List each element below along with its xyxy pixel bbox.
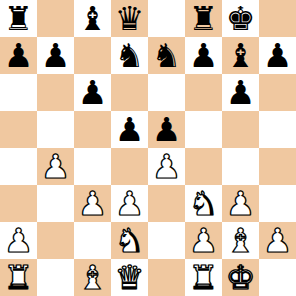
square-e2[interactable]	[148, 222, 185, 259]
square-c7[interactable]	[74, 37, 111, 74]
square-a6[interactable]	[0, 74, 37, 111]
square-b7[interactable]: ♟	[37, 37, 74, 74]
white-knight[interactable]: ♞	[115, 222, 145, 259]
black-pawn[interactable]: ♟	[115, 111, 145, 148]
square-a4[interactable]	[0, 148, 37, 185]
square-h5[interactable]	[259, 111, 296, 148]
square-f4[interactable]	[185, 148, 222, 185]
square-a2[interactable]: ♟	[0, 222, 37, 259]
square-g2[interactable]: ♝	[222, 222, 259, 259]
square-g8[interactable]: ♚	[222, 0, 259, 37]
black-king[interactable]: ♚	[226, 0, 256, 37]
square-c1[interactable]: ♝	[74, 259, 111, 296]
square-e1[interactable]	[148, 259, 185, 296]
square-f1[interactable]: ♜	[185, 259, 222, 296]
chess-board-container: ♜♝♛♜♚♟♟♞♞♟♝♟♟♟♟♟♟♟♟♟♞♟♟♞♟♝♟♜♝♛♜♚	[0, 0, 296, 296]
square-g3[interactable]: ♟	[222, 185, 259, 222]
white-pawn[interactable]: ♟	[226, 185, 256, 222]
square-b1[interactable]	[37, 259, 74, 296]
square-h7[interactable]: ♟	[259, 37, 296, 74]
white-rook[interactable]: ♜	[189, 259, 219, 296]
black-bishop[interactable]: ♝	[78, 0, 108, 37]
square-b5[interactable]	[37, 111, 74, 148]
square-d1[interactable]: ♛	[111, 259, 148, 296]
square-g7[interactable]: ♝	[222, 37, 259, 74]
square-b8[interactable]	[37, 0, 74, 37]
white-bishop[interactable]: ♝	[78, 259, 108, 296]
square-b4[interactable]: ♟	[37, 148, 74, 185]
square-d4[interactable]	[111, 148, 148, 185]
white-pawn[interactable]: ♟	[4, 222, 34, 259]
square-b3[interactable]	[37, 185, 74, 222]
black-knight[interactable]: ♞	[115, 37, 145, 74]
square-g5[interactable]	[222, 111, 259, 148]
black-rook[interactable]: ♜	[189, 0, 219, 37]
square-e3[interactable]	[148, 185, 185, 222]
square-d5[interactable]: ♟	[111, 111, 148, 148]
white-pawn[interactable]: ♟	[78, 185, 108, 222]
square-e5[interactable]: ♟	[148, 111, 185, 148]
black-pawn[interactable]: ♟	[263, 37, 293, 74]
square-a3[interactable]	[0, 185, 37, 222]
square-a1[interactable]: ♜	[0, 259, 37, 296]
square-h6[interactable]	[259, 74, 296, 111]
square-a5[interactable]	[0, 111, 37, 148]
black-pawn[interactable]: ♟	[152, 111, 182, 148]
square-d8[interactable]: ♛	[111, 0, 148, 37]
square-f8[interactable]: ♜	[185, 0, 222, 37]
chess-board: ♜♝♛♜♚♟♟♞♞♟♝♟♟♟♟♟♟♟♟♟♞♟♟♞♟♝♟♜♝♛♜♚	[0, 0, 296, 296]
square-f5[interactable]	[185, 111, 222, 148]
black-queen[interactable]: ♛	[115, 0, 145, 37]
square-f6[interactable]	[185, 74, 222, 111]
square-f7[interactable]: ♟	[185, 37, 222, 74]
square-e4[interactable]: ♟	[148, 148, 185, 185]
square-d2[interactable]: ♞	[111, 222, 148, 259]
square-h8[interactable]	[259, 0, 296, 37]
black-pawn[interactable]: ♟	[41, 37, 71, 74]
square-b2[interactable]	[37, 222, 74, 259]
square-g6[interactable]: ♟	[222, 74, 259, 111]
square-d6[interactable]	[111, 74, 148, 111]
square-h3[interactable]	[259, 185, 296, 222]
square-g1[interactable]: ♚	[222, 259, 259, 296]
white-pawn[interactable]: ♟	[115, 185, 145, 222]
white-king[interactable]: ♚	[226, 259, 256, 296]
square-a7[interactable]: ♟	[0, 37, 37, 74]
square-c5[interactable]	[74, 111, 111, 148]
white-queen[interactable]: ♛	[115, 259, 145, 296]
square-b6[interactable]	[37, 74, 74, 111]
square-e8[interactable]	[148, 0, 185, 37]
white-pawn[interactable]: ♟	[189, 222, 219, 259]
black-knight[interactable]: ♞	[152, 37, 182, 74]
square-d7[interactable]: ♞	[111, 37, 148, 74]
black-pawn[interactable]: ♟	[78, 74, 108, 111]
black-rook[interactable]: ♜	[4, 0, 34, 37]
square-a8[interactable]: ♜	[0, 0, 37, 37]
black-pawn[interactable]: ♟	[189, 37, 219, 74]
white-pawn[interactable]: ♟	[41, 148, 71, 185]
white-bishop[interactable]: ♝	[226, 222, 256, 259]
square-h4[interactable]	[259, 148, 296, 185]
square-c2[interactable]	[74, 222, 111, 259]
black-bishop[interactable]: ♝	[226, 37, 256, 74]
square-c8[interactable]: ♝	[74, 0, 111, 37]
square-h2[interactable]: ♟	[259, 222, 296, 259]
square-e6[interactable]	[148, 74, 185, 111]
white-pawn[interactable]: ♟	[263, 222, 293, 259]
square-h1[interactable]	[259, 259, 296, 296]
square-f2[interactable]: ♟	[185, 222, 222, 259]
white-rook[interactable]: ♜	[4, 259, 34, 296]
black-pawn[interactable]: ♟	[4, 37, 34, 74]
square-g4[interactable]	[222, 148, 259, 185]
square-e7[interactable]: ♞	[148, 37, 185, 74]
square-c6[interactable]: ♟	[74, 74, 111, 111]
square-f3[interactable]: ♞	[185, 185, 222, 222]
black-pawn[interactable]: ♟	[226, 74, 256, 111]
square-c4[interactable]	[74, 148, 111, 185]
white-pawn[interactable]: ♟	[152, 148, 182, 185]
square-d3[interactable]: ♟	[111, 185, 148, 222]
white-knight[interactable]: ♞	[189, 185, 219, 222]
square-c3[interactable]: ♟	[74, 185, 111, 222]
